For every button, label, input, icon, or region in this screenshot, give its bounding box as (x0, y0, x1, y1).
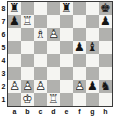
piece-black-pawn-g2[interactable]: ♟ (87, 80, 98, 93)
rank-label-6: 6 (0, 28, 7, 41)
square-a1[interactable] (8, 93, 21, 106)
file-label-c: c (34, 107, 47, 117)
square-a2[interactable]: ♙ (8, 80, 21, 93)
square-b1[interactable]: ♔ (21, 93, 34, 106)
square-c1[interactable] (34, 93, 47, 106)
square-d8[interactable] (47, 2, 60, 15)
square-g1[interactable] (86, 93, 99, 106)
square-h2[interactable]: ♞ (99, 80, 112, 93)
rank-label-8: 8 (0, 2, 7, 15)
square-e6[interactable] (60, 28, 73, 41)
piece-white-pawn-a2[interactable]: ♙ (9, 80, 20, 93)
piece-black-rook-e8[interactable]: ♜ (61, 2, 72, 15)
square-f7[interactable] (73, 15, 86, 28)
square-h4[interactable] (99, 54, 112, 67)
file-label-a: a (8, 107, 21, 117)
square-d5[interactable] (47, 41, 60, 54)
piece-white-pawn-f2[interactable]: ♙ (74, 80, 85, 93)
square-h5[interactable] (99, 41, 112, 54)
square-c2[interactable]: ♙ (34, 80, 47, 93)
square-g7[interactable] (86, 15, 99, 28)
square-c6[interactable]: ♗ (34, 28, 47, 41)
rank-label-2: 2 (0, 80, 7, 93)
piece-black-pawn-a7[interactable]: ♟ (9, 15, 20, 28)
square-b5[interactable] (21, 41, 34, 54)
piece-white-rook-d1[interactable]: ♖ (48, 93, 59, 106)
file-labels: abcdefgh (8, 107, 112, 117)
file-label-g: g (86, 107, 99, 117)
piece-black-pawn-h7[interactable]: ♟ (100, 15, 111, 28)
square-a7[interactable]: ♟ (8, 15, 21, 28)
square-c5[interactable] (34, 41, 47, 54)
piece-black-bishop-g5[interactable]: ♝ (87, 41, 98, 54)
square-d1[interactable]: ♖ (47, 93, 60, 106)
rank-label-1: 1 (0, 93, 7, 106)
square-a5[interactable] (8, 41, 21, 54)
square-g2[interactable]: ♟ (86, 80, 99, 93)
square-a4[interactable] (8, 54, 21, 67)
square-e1[interactable] (60, 93, 73, 106)
file-label-f: f (73, 107, 86, 117)
piece-white-rook-b7[interactable]: ♖ (22, 15, 33, 28)
square-g8[interactable] (86, 2, 99, 15)
square-e8[interactable]: ♜ (60, 2, 73, 15)
square-e4[interactable] (60, 54, 73, 67)
board-frame: ♜♜♚♟♖♟♗♙♟♝♙♙♙♙♟♞♔♖ (7, 1, 113, 107)
square-f4[interactable] (73, 54, 86, 67)
square-b6[interactable] (21, 28, 34, 41)
piece-white-bishop-c6[interactable]: ♗ (35, 28, 46, 41)
piece-white-king-b1[interactable]: ♔ (22, 93, 33, 106)
square-h7[interactable]: ♟ (99, 15, 112, 28)
rank-label-3: 3 (0, 67, 7, 80)
square-c8[interactable] (34, 2, 47, 15)
square-g5[interactable]: ♝ (86, 41, 99, 54)
square-h1[interactable] (99, 93, 112, 106)
piece-black-pawn-f5[interactable]: ♟ (74, 41, 85, 54)
rank-label-4: 4 (0, 54, 7, 67)
square-f8[interactable] (73, 2, 86, 15)
rank-label-7: 7 (0, 15, 7, 28)
piece-black-knight-h2[interactable]: ♞ (100, 80, 111, 93)
file-label-h: h (99, 107, 112, 117)
square-a6[interactable] (8, 28, 21, 41)
square-d6[interactable]: ♙ (47, 28, 60, 41)
square-d3[interactable] (47, 67, 60, 80)
piece-white-pawn-d6[interactable]: ♙ (48, 28, 59, 41)
square-b7[interactable]: ♖ (21, 15, 34, 28)
square-e3[interactable] (60, 67, 73, 80)
square-h6[interactable] (99, 28, 112, 41)
piece-white-pawn-c2[interactable]: ♙ (35, 80, 46, 93)
chess-board: ♜♜♚♟♖♟♗♙♟♝♙♙♙♙♟♞♔♖ (8, 2, 112, 106)
square-f2[interactable]: ♙ (73, 80, 86, 93)
file-label-b: b (21, 107, 34, 117)
square-f5[interactable]: ♟ (73, 41, 86, 54)
square-e7[interactable] (60, 15, 73, 28)
square-c4[interactable] (34, 54, 47, 67)
file-label-d: d (47, 107, 60, 117)
square-g4[interactable] (86, 54, 99, 67)
rank-label-5: 5 (0, 41, 7, 54)
square-f1[interactable] (73, 93, 86, 106)
square-e5[interactable] (60, 41, 73, 54)
square-e2[interactable] (60, 80, 73, 93)
file-label-e: e (60, 107, 73, 117)
rank-labels: 87654321 (0, 2, 7, 106)
chess-diagram: 87654321 ♜♜♚♟♖♟♗♙♟♝♙♙♙♙♟♞♔♖ abcdefgh (0, 0, 118, 118)
square-d4[interactable] (47, 54, 60, 67)
square-b4[interactable] (21, 54, 34, 67)
